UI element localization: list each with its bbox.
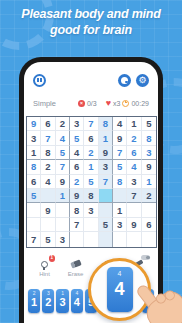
sudoku-cell[interactable]: 7 (56, 160, 70, 174)
pause-icon (37, 78, 39, 83)
sudoku-cell[interactable]: 4 (70, 146, 84, 160)
lives-counter: ♥ x3 (106, 99, 121, 108)
sudoku-cell[interactable]: 9 (99, 146, 113, 160)
status-bar: Simple × 0/3 ♥ x3 00:29 (33, 97, 149, 109)
sudoku-cell[interactable]: 5 (84, 175, 98, 189)
sudoku-cell[interactable] (84, 232, 98, 246)
sudoku-cell[interactable]: 3 (142, 146, 156, 160)
sudoku-cell[interactable] (56, 218, 70, 232)
sudoku-cell[interactable]: 8 (70, 203, 84, 217)
sudoku-cell[interactable]: 6 (27, 175, 41, 189)
sudoku-cell[interactable]: 2 (56, 117, 70, 131)
page: { "game": "sudoku", "position": "9623784… (0, 0, 182, 323)
sudoku-cell[interactable]: 8 (113, 175, 127, 189)
mistakes-counter: × 0/3 (78, 100, 97, 107)
hint-badge: 1 (49, 255, 56, 262)
sudoku-cell[interactable]: 3 (70, 117, 84, 131)
settings-button[interactable]: ⚙ (136, 74, 149, 87)
sudoku-cell[interactable]: 5 (27, 189, 41, 203)
magnified-count: 4 (118, 270, 122, 278)
hand-cursor (130, 282, 182, 323)
banner-line1: Pleasant body and mind (0, 6, 182, 22)
sudoku-cell[interactable]: 9 (70, 189, 84, 203)
sudoku-cell[interactable] (127, 203, 141, 217)
sudoku-cell[interactable]: 5 (113, 160, 127, 174)
sudoku-cell[interactable]: 8 (84, 189, 98, 203)
sudoku-cell[interactable]: 4 (113, 117, 127, 131)
sudoku-cell[interactable]: 8 (99, 117, 113, 131)
sudoku-cell[interactable]: 6 (41, 117, 55, 131)
sudoku-cell[interactable]: 4 (56, 131, 70, 145)
hint-label: Hint (29, 271, 60, 277)
sudoku-cell[interactable]: 4 (127, 160, 141, 174)
magnified-digit: 4 (114, 278, 124, 300)
gear-icon: ⚙ (138, 76, 146, 85)
sudoku-cell[interactable] (127, 232, 141, 246)
sudoku-cell[interactable] (99, 189, 113, 203)
sudoku-cell[interactable]: 9 (142, 160, 156, 174)
sudoku-cell[interactable]: 2 (41, 160, 55, 174)
sudoku-cell[interactable]: 6 (84, 131, 98, 145)
sudoku-cell[interactable] (56, 203, 70, 217)
number-button-2[interactable]: 32 (42, 289, 54, 313)
sudoku-cell[interactable]: 6 (70, 160, 84, 174)
sudoku-cell[interactable]: 8 (41, 146, 55, 160)
top-bar: ⚙ (33, 73, 149, 87)
pause-icon (40, 78, 42, 83)
sudoku-cell[interactable]: 5 (56, 146, 70, 160)
sudoku-cell[interactable]: 9 (41, 203, 55, 217)
sudoku-cell[interactable]: 1 (127, 117, 141, 131)
sudoku-cell[interactable]: 1 (84, 160, 98, 174)
notes-toggle[interactable] (141, 255, 150, 260)
sudoku-cell[interactable] (113, 189, 127, 203)
palette-icon (121, 77, 128, 84)
banner-line2: good for brain (0, 22, 182, 38)
sudoku-cell[interactable]: 3 (113, 218, 127, 232)
hint-bulb-icon (41, 261, 48, 268)
sudoku-cell[interactable]: 8 (27, 160, 41, 174)
sudoku-cell[interactable] (99, 232, 113, 246)
sudoku-cell[interactable]: 3 (99, 160, 113, 174)
sudoku-cell[interactable]: 9 (27, 117, 41, 131)
sudoku-cell[interactable]: 7 (127, 189, 141, 203)
eraser-icon (70, 259, 82, 268)
sudoku-cell[interactable]: 7 (27, 232, 41, 246)
timer: 00:29 (122, 100, 149, 107)
sudoku-cell[interactable]: 7 (99, 175, 113, 189)
sudoku-cell[interactable]: 5 (41, 232, 55, 246)
sudoku-cell[interactable] (27, 218, 41, 232)
difficulty-label: Simple (33, 99, 56, 108)
pause-button[interactable] (33, 74, 46, 87)
sudoku-cell[interactable] (99, 203, 113, 217)
sudoku-cell[interactable]: 2 (142, 189, 156, 203)
sudoku-cell[interactable]: 4 (41, 175, 55, 189)
sudoku-cell[interactable]: 1 (27, 146, 41, 160)
sudoku-cell[interactable]: 5 (70, 131, 84, 145)
sudoku-cell[interactable]: 3 (56, 232, 70, 246)
sudoku-grid: 9623784153745619281854297638276135496492… (26, 116, 157, 248)
sudoku-cell[interactable]: 2 (84, 146, 98, 160)
sudoku-cell[interactable]: 7 (84, 117, 98, 131)
sudoku-cell[interactable]: 7 (113, 146, 127, 160)
mistake-x-icon: × (78, 100, 85, 107)
sudoku-cell[interactable]: 3 (84, 203, 98, 217)
number-button-1[interactable]: 21 (28, 289, 40, 313)
sudoku-cell[interactable] (84, 218, 98, 232)
mistakes-value: 0/3 (87, 100, 97, 107)
sudoku-cell[interactable] (70, 232, 84, 246)
sudoku-cell[interactable]: 5 (142, 117, 156, 131)
sudoku-cell[interactable]: 5 (99, 218, 113, 232)
timer-value: 00:29 (131, 100, 149, 107)
number-button-4[interactable]: 44 (71, 289, 83, 313)
heart-icon: ♥ (106, 99, 111, 108)
promo-banner: Pleasant body and mind good for brain (0, 6, 182, 38)
sudoku-cell[interactable]: 2 (70, 175, 84, 189)
sudoku-cell[interactable]: 9 (113, 131, 127, 145)
sudoku-cell[interactable] (27, 203, 41, 217)
lives-value: x3 (113, 100, 120, 107)
sudoku-cell[interactable]: 6 (142, 218, 156, 232)
sudoku-cell[interactable] (113, 232, 127, 246)
sudoku-cell[interactable]: 8 (142, 131, 156, 145)
sudoku-cell[interactable] (142, 232, 156, 246)
sudoku-cell[interactable]: 1 (56, 189, 70, 203)
sudoku-cell[interactable]: 1 (142, 175, 156, 189)
magnified-number-button-4[interactable]: 4 4 (107, 267, 133, 312)
sudoku-cell[interactable] (41, 189, 55, 203)
erase-label: Erase (60, 271, 91, 277)
sudoku-cell[interactable]: 6 (127, 146, 141, 160)
sudoku-cell[interactable]: 9 (127, 218, 141, 232)
sudoku-cell[interactable] (142, 203, 156, 217)
sudoku-cell[interactable]: 9 (56, 175, 70, 189)
sudoku-cell[interactable] (41, 218, 55, 232)
sudoku-cell[interactable]: 3 (127, 175, 141, 189)
hint-button[interactable]: 1 Hint (29, 258, 60, 277)
erase-button[interactable]: Erase (60, 258, 91, 277)
sudoku-cell[interactable]: 7 (41, 131, 55, 145)
clock-icon (122, 100, 129, 107)
theme-button[interactable] (118, 74, 131, 87)
sudoku-cell[interactable]: 3 (27, 131, 41, 145)
sudoku-cell[interactable]: 1 (113, 203, 127, 217)
sudoku-cell[interactable]: 7 (70, 218, 84, 232)
number-button-3[interactable]: 13 (56, 289, 68, 313)
sudoku-cell[interactable]: 1 (99, 131, 113, 145)
sudoku-cell[interactable]: 2 (127, 131, 141, 145)
